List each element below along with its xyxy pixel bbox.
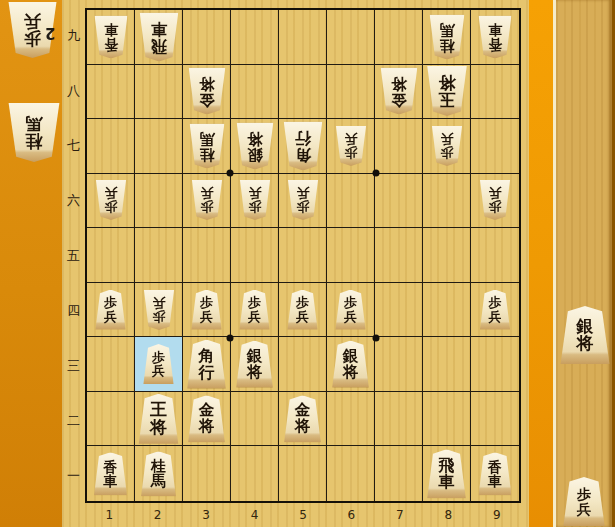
square-f3r3[interactable]: 角行 [183, 337, 231, 392]
piece-kanji: 玉 [438, 91, 455, 108]
shogi-board: 香車飛車桂馬香車金将金将玉将桂馬銀将角行歩兵歩兵歩兵歩兵歩兵歩兵歩兵歩兵歩兵歩兵… [85, 8, 521, 503]
piece-lance-top[interactable]: 香車 [478, 15, 513, 58]
piece-bishop-bottom[interactable]: 角行 [186, 340, 227, 389]
file-label-7: 7 [376, 503, 424, 527]
square-f6r1[interactable] [327, 446, 375, 501]
rank-label-五: 五 [62, 228, 85, 283]
file-label-4: 4 [230, 503, 278, 527]
square-f5r1[interactable] [279, 446, 327, 501]
square-f9r3[interactable] [471, 337, 519, 392]
square-f4r6[interactable]: 歩兵 [231, 174, 279, 229]
square-f9r5[interactable] [471, 228, 519, 283]
piece-kanji: 香 [488, 37, 502, 51]
piece-pawn-bottom[interactable]: 歩兵 [143, 344, 175, 384]
square-f4r2[interactable] [231, 392, 279, 447]
piece-kanji: 馬 [199, 131, 214, 146]
piece-kanji: 兵 [152, 296, 165, 309]
file-label-8: 8 [424, 503, 472, 527]
piece-kanji: 兵 [489, 310, 502, 323]
piece-kanji: 歩 [344, 296, 357, 309]
square-f3r2[interactable]: 金将 [183, 392, 231, 447]
square-f4r1[interactable] [231, 446, 279, 501]
square-f4r7[interactable]: 銀将 [231, 119, 279, 174]
piece-silver-top[interactable]: 銀将 [235, 122, 274, 169]
piece-kanji: 兵 [200, 310, 213, 323]
piece-kanji: 兵 [344, 310, 357, 323]
square-f1r8[interactable] [87, 65, 135, 120]
piece-kanji: 将 [343, 364, 359, 380]
square-f7r1[interactable] [375, 446, 423, 501]
piece-kanji: 将 [438, 74, 455, 91]
piece-pawn-bottom[interactable]: 歩兵 [239, 290, 271, 330]
square-f8r9[interactable]: 桂馬 [423, 10, 471, 65]
piece-pawn-top[interactable]: 歩兵 [95, 180, 127, 220]
piece-kanji: 兵 [104, 187, 117, 200]
piece-pawn-top[interactable]: 歩兵 [191, 180, 223, 220]
square-f8r6[interactable] [423, 174, 471, 229]
piece-kanji: 歩 [24, 30, 41, 47]
square-f7r2[interactable] [375, 392, 423, 447]
square-f2r1[interactable]: 桂馬 [135, 446, 183, 501]
rank-label-六: 六 [62, 173, 85, 228]
square-f2r5[interactable] [135, 228, 183, 283]
square-f6r3[interactable]: 銀将 [327, 337, 375, 392]
piece-kanji: 香 [488, 459, 502, 473]
rank-label-九: 九 [62, 8, 85, 63]
piece-lance-top[interactable]: 香車 [93, 15, 128, 58]
piece-pawn-bottom[interactable]: 歩兵 [287, 290, 319, 330]
square-f5r7[interactable]: 角行 [279, 119, 327, 174]
piece-kanji: 歩 [248, 296, 261, 309]
square-f6r9[interactable] [327, 10, 375, 65]
piece-kanji: 兵 [296, 310, 309, 323]
piece-kanji: 馬 [26, 115, 43, 132]
square-f2r4[interactable]: 歩兵 [135, 283, 183, 338]
piece-gold-bottom[interactable]: 金将 [187, 395, 226, 442]
square-f8r4[interactable] [423, 283, 471, 338]
piece-pawn-top[interactable]: 歩兵 [239, 180, 271, 220]
square-f2r8[interactable] [135, 65, 183, 120]
square-f1r4[interactable]: 歩兵 [87, 283, 135, 338]
piece-kanji: 馬 [439, 21, 454, 36]
square-f5r5[interactable] [279, 228, 327, 283]
piece-kanji: 兵 [248, 310, 261, 323]
piece-kanji: 金 [199, 91, 215, 107]
file-label-1: 1 [85, 503, 133, 527]
piece-silver-bottom[interactable]: 銀将 [331, 341, 370, 388]
square-f1r6[interactable]: 歩兵 [87, 174, 135, 229]
square-f5r3[interactable] [279, 337, 327, 392]
square-f7r9[interactable] [375, 10, 423, 65]
square-f8r5[interactable] [423, 228, 471, 283]
piece-lance-bottom[interactable]: 香車 [93, 452, 128, 495]
square-f3r6[interactable]: 歩兵 [183, 174, 231, 229]
square-f9r7[interactable] [471, 119, 519, 174]
piece-kanji: 車 [488, 23, 502, 37]
piece-bishop-top[interactable]: 角行 [282, 121, 323, 170]
piece-kanji: 兵 [248, 187, 261, 200]
top-player-hand-panel [0, 0, 62, 527]
piece-kanji: 車 [104, 474, 118, 488]
square-f9r1[interactable]: 香車 [471, 446, 519, 501]
piece-kanji: 兵 [152, 364, 165, 377]
square-f2r9[interactable]: 飛車 [135, 10, 183, 65]
piece-pawn-top[interactable]: 歩兵 [479, 180, 511, 220]
rank-label-三: 三 [62, 338, 85, 393]
piece-kanji: 将 [247, 364, 263, 380]
square-f5r9[interactable] [279, 10, 327, 65]
hand-piece-count: 2 [45, 24, 55, 42]
square-f3r1[interactable] [183, 446, 231, 501]
square-f7r5[interactable] [375, 228, 423, 283]
piece-kanji: 銀 [247, 146, 263, 162]
piece-kanji: 兵 [440, 133, 453, 146]
piece-knight-top[interactable]: 桂馬 [188, 123, 225, 168]
piece-pawn-bottom[interactable]: 歩兵 [479, 290, 511, 330]
star-point [372, 170, 379, 177]
square-f4r8[interactable] [231, 65, 279, 120]
square-f1r5[interactable] [87, 228, 135, 283]
piece-kanji: 歩 [104, 296, 117, 309]
piece-kanji: 歩 [296, 296, 309, 309]
square-f4r5[interactable] [231, 228, 279, 283]
piece-kanji: 金 [391, 91, 407, 107]
square-f3r4[interactable]: 歩兵 [183, 283, 231, 338]
square-f6r7[interactable]: 歩兵 [327, 119, 375, 174]
file-label-5: 5 [279, 503, 327, 527]
square-f7r4[interactable] [375, 283, 423, 338]
piece-pawn-bottom[interactable]: 歩兵 [191, 290, 223, 330]
square-f3r8[interactable]: 金将 [183, 65, 231, 120]
star-point [227, 335, 234, 342]
square-f9r8[interactable] [471, 65, 519, 120]
piece-kanji: 角 [295, 146, 311, 162]
piece-pawn-top[interactable]: 歩兵 [335, 126, 367, 166]
piece-pawn-bottom[interactable]: 歩兵 [95, 290, 127, 330]
piece-kanji: 兵 [24, 13, 41, 30]
square-f7r3[interactable] [375, 337, 423, 392]
piece-kanji: 車 [104, 23, 118, 37]
square-f8r1[interactable]: 飛車 [423, 446, 471, 501]
square-f4r3[interactable]: 銀将 [231, 337, 279, 392]
piece-pawn-bottom[interactable]: 歩兵 [335, 290, 367, 330]
piece-kanji: 車 [151, 20, 167, 36]
piece-gold-bottom[interactable]: 金将 [283, 395, 322, 442]
piece-king-top[interactable]: 玉将 [426, 66, 468, 116]
piece-kanji: 歩 [489, 296, 502, 309]
rank-label-一: 一 [62, 448, 85, 503]
file-label-3: 3 [182, 503, 230, 527]
square-f4r4[interactable]: 歩兵 [231, 283, 279, 338]
square-f1r9[interactable]: 香車 [87, 10, 135, 65]
square-f1r3[interactable] [87, 337, 135, 392]
square-f6r8[interactable] [327, 65, 375, 120]
piece-stand-tray [553, 0, 612, 527]
piece-kanji: 将 [199, 419, 215, 435]
piece-kanji: 将 [391, 76, 407, 92]
piece-pawn-top[interactable]: 歩兵 [287, 180, 319, 220]
square-f8r7[interactable]: 歩兵 [423, 119, 471, 174]
piece-gold-top[interactable]: 金将 [379, 68, 418, 115]
piece-kanji: 兵 [104, 310, 117, 323]
square-f9r6[interactable]: 歩兵 [471, 174, 519, 229]
bottom-player-hand-panel [529, 0, 615, 527]
piece-kanji: 兵 [296, 187, 309, 200]
square-f9r2[interactable] [471, 392, 519, 447]
piece-kanji: 兵 [344, 133, 357, 146]
piece-kanji: 行 [295, 130, 311, 146]
square-f9r4[interactable]: 歩兵 [471, 283, 519, 338]
piece-kanji: 歩 [200, 200, 213, 213]
square-f7r6[interactable] [375, 174, 423, 229]
piece-kanji: 桂 [439, 37, 454, 52]
piece-kanji: 兵 [577, 502, 591, 516]
square-f2r7[interactable] [135, 119, 183, 174]
rank-label-七: 七 [62, 118, 85, 173]
piece-kanji: 歩 [104, 200, 117, 213]
piece-kanji: 将 [150, 419, 167, 436]
piece-gold-top[interactable]: 金将 [187, 68, 226, 115]
piece-kanji: 車 [488, 474, 502, 488]
square-f8r2[interactable] [423, 392, 471, 447]
piece-kanji: 車 [439, 474, 455, 490]
square-f2r3[interactable]: 歩兵 [135, 337, 183, 392]
piece-kanji: 兵 [200, 187, 213, 200]
piece-kanji: 歩 [248, 200, 261, 213]
square-f1r7[interactable] [87, 119, 135, 174]
square-f6r6[interactable] [327, 174, 375, 229]
square-f5r8[interactable] [279, 65, 327, 120]
square-f3r9[interactable] [183, 10, 231, 65]
square-f5r4[interactable]: 歩兵 [279, 283, 327, 338]
rank-label-四: 四 [62, 283, 85, 338]
piece-kanji: 将 [199, 76, 215, 92]
square-f5r6[interactable]: 歩兵 [279, 174, 327, 229]
file-label-6: 6 [327, 503, 375, 527]
piece-kanji: 歩 [152, 351, 165, 364]
piece-kanji: 歩 [440, 146, 453, 159]
piece-silver-bottom[interactable]: 銀将 [235, 341, 274, 388]
piece-kanji: 歩 [200, 296, 213, 309]
square-f6r4[interactable]: 歩兵 [327, 283, 375, 338]
square-f6r5[interactable] [327, 228, 375, 283]
star-point [227, 170, 234, 177]
piece-kanji: 将 [577, 335, 594, 352]
piece-kanji: 兵 [489, 187, 502, 200]
piece-knight-bottom[interactable]: 桂馬 [140, 451, 177, 496]
piece-kanji: 歩 [296, 200, 309, 213]
square-f6r2[interactable] [327, 392, 375, 447]
square-f7r7[interactable] [375, 119, 423, 174]
square-f2r6[interactable] [135, 174, 183, 229]
piece-kanji: 飛 [151, 37, 167, 53]
piece-kanji: 歩 [344, 146, 357, 159]
piece-rook-top[interactable]: 飛車 [138, 12, 179, 61]
shogi-app: 九八七六五四三二一 123456789 香車飛車桂馬香車金将金将玉将桂馬銀将角行… [0, 0, 615, 527]
square-f8r3[interactable] [423, 337, 471, 392]
piece-kanji: 将 [247, 130, 263, 146]
piece-kanji: 将 [295, 419, 311, 435]
square-f4r9[interactable] [231, 10, 279, 65]
piece-kanji: 香 [104, 37, 118, 51]
piece-rook-bottom[interactable]: 飛車 [426, 449, 467, 498]
square-f1r1[interactable]: 香車 [87, 446, 135, 501]
rank-label-八: 八 [62, 63, 85, 118]
piece-pawn-top[interactable]: 歩兵 [143, 290, 175, 330]
piece-kanji: 香 [104, 459, 118, 473]
square-f8r8[interactable]: 玉将 [423, 65, 471, 120]
piece-kanji: 馬 [151, 474, 166, 489]
piece-kanji: 桂 [26, 133, 43, 150]
piece-kanji: 歩 [152, 310, 165, 323]
piece-kanji: 行 [199, 364, 215, 380]
square-f9r9[interactable]: 香車 [471, 10, 519, 65]
square-f3r7[interactable]: 桂馬 [183, 119, 231, 174]
rank-label-二: 二 [62, 393, 85, 448]
piece-lance-bottom[interactable]: 香車 [478, 452, 513, 495]
piece-king-bottom[interactable]: 王将 [138, 394, 180, 444]
star-point [372, 335, 379, 342]
file-label-2: 2 [133, 503, 181, 527]
square-f5r2[interactable]: 金将 [279, 392, 327, 447]
piece-knight-top[interactable]: 桂馬 [428, 14, 465, 59]
piece-kanji: 歩 [489, 200, 502, 213]
piece-kanji: 桂 [199, 146, 214, 161]
square-f2r2[interactable]: 王将 [135, 392, 183, 447]
square-f7r8[interactable]: 金将 [375, 65, 423, 120]
piece-kanji: 歩 [577, 487, 591, 501]
square-f1r2[interactable] [87, 392, 135, 447]
square-f3r5[interactable] [183, 228, 231, 283]
file-label-9: 9 [473, 503, 521, 527]
piece-pawn-top[interactable]: 歩兵 [431, 126, 463, 166]
